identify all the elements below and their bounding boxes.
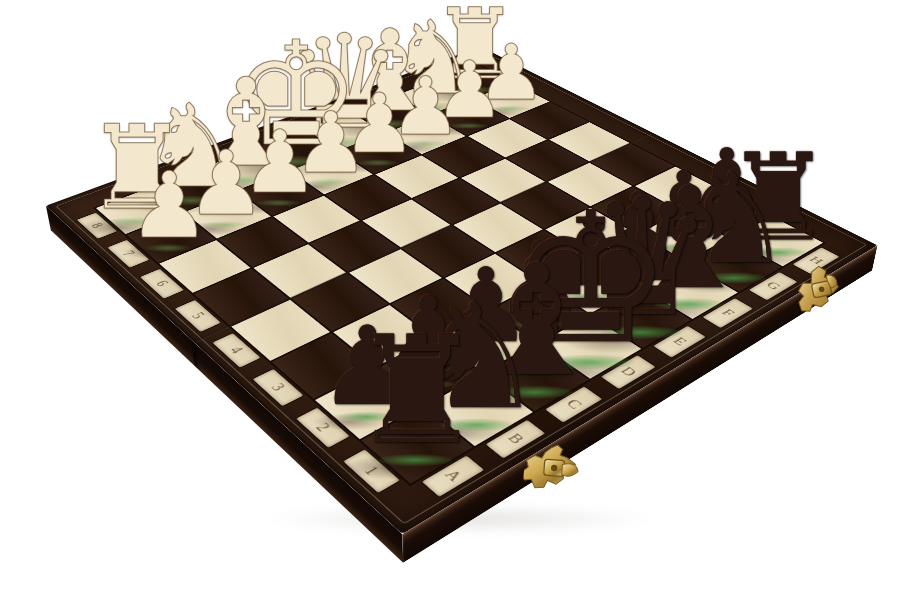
chess-board: 87654321 ABCDEFGH (46, 47, 878, 535)
square-f1 (641, 263, 738, 319)
square-d3 (445, 254, 539, 309)
square-b5 (253, 245, 345, 299)
board-grid (93, 64, 826, 487)
square-a6 (159, 240, 250, 293)
square-a1 (361, 407, 472, 483)
square-b3 (333, 305, 433, 367)
square-d4 (402, 226, 493, 277)
square-g1 (687, 239, 781, 292)
rank-label-1: 1 (343, 449, 400, 493)
square-c4 (349, 249, 442, 303)
rank-label-7: 7 (107, 240, 149, 268)
square-a4 (231, 300, 329, 361)
file-label-g: G (749, 272, 798, 300)
square-d1 (539, 316, 641, 379)
brass-clasp-icon (522, 440, 588, 502)
square-b1 (425, 375, 533, 447)
square-c3 (391, 279, 488, 337)
file-labels: ABCDEFGH (410, 243, 847, 505)
square-c5 (309, 221, 399, 272)
square-b4 (292, 274, 388, 331)
square-d2 (491, 284, 589, 343)
file-label-f: F (703, 298, 753, 328)
rank-label-4: 4 (212, 333, 260, 367)
square-a2 (315, 369, 422, 440)
rank-labels: 87654321 (70, 208, 410, 502)
square-e3 (496, 230, 588, 282)
brass-side-clasp-icon (791, 257, 856, 325)
square-c1 (484, 344, 589, 411)
rank-label-5: 5 (175, 300, 221, 332)
square-a3 (271, 333, 373, 398)
chess-box: 87654321 ABCDEFGH (46, 47, 878, 535)
photo-stage: 87654321 ABCDEFGH ♜♞♟♝♟♛♟♚♟♝♟♞♟♜♟♟♟♟♜♟♞♟… (0, 0, 900, 597)
square-b2 (377, 339, 481, 405)
square-e2 (542, 258, 637, 313)
rank-label-6: 6 (140, 269, 184, 299)
square-e1 (592, 289, 691, 348)
file-label-e: E (653, 326, 705, 358)
rank-label-3: 3 (253, 369, 304, 406)
rank-label-2: 2 (296, 408, 350, 448)
square-f2 (591, 235, 684, 287)
square-a5 (194, 269, 289, 326)
square-c2 (436, 310, 537, 372)
